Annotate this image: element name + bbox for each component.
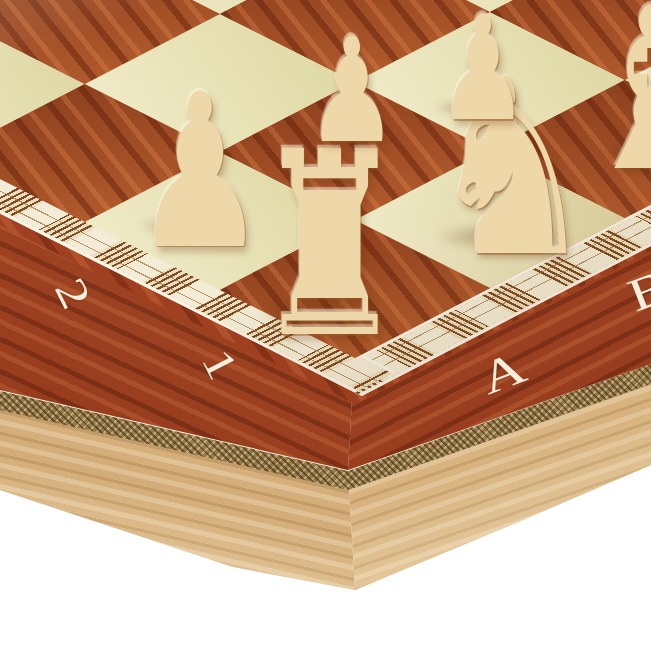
piece-white-pawn-a2: ♟ [133, 66, 267, 279]
piece-white-bishop-c1: ♝ [580, 0, 651, 203]
piece-white-pawn-b2: ♟ [306, 19, 397, 164]
piece-white-pawn-c2: ♟ [437, 0, 528, 142]
photo-canvas: 2 1 A B ♜ ♞ ♝ ♟ ♟ ♟ [0, 0, 651, 651]
